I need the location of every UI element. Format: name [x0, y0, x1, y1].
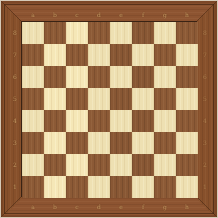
square-f1[interactable] [132, 176, 154, 198]
square-c5[interactable] [66, 88, 88, 110]
square-d8[interactable] [88, 22, 110, 44]
square-b7[interactable] [44, 44, 66, 66]
square-f4[interactable] [132, 110, 154, 132]
square-a8[interactable] [22, 22, 44, 44]
square-f3[interactable] [132, 132, 154, 154]
square-c8[interactable] [66, 22, 88, 44]
square-h1[interactable] [176, 176, 198, 198]
square-d5[interactable] [88, 88, 110, 110]
frame-rail-bottom [1, 196, 218, 217]
square-e4[interactable] [110, 110, 132, 132]
square-f6[interactable] [132, 66, 154, 88]
square-f5[interactable] [132, 88, 154, 110]
square-d1[interactable] [88, 176, 110, 198]
square-h5[interactable] [176, 88, 198, 110]
square-a2[interactable] [22, 154, 44, 176]
square-g1[interactable] [154, 176, 176, 198]
square-d2[interactable] [88, 154, 110, 176]
square-h6[interactable] [176, 66, 198, 88]
frame-rail-right [196, 1, 217, 218]
square-c2[interactable] [66, 154, 88, 176]
square-h7[interactable] [176, 44, 198, 66]
frame-rail-top [1, 1, 218, 22]
square-a5[interactable] [22, 88, 44, 110]
square-d6[interactable] [88, 66, 110, 88]
square-g8[interactable] [154, 22, 176, 44]
square-b1[interactable] [44, 176, 66, 198]
square-e1[interactable] [110, 176, 132, 198]
frame-rail-left [1, 1, 22, 218]
square-a6[interactable] [22, 66, 44, 88]
square-a1[interactable] [22, 176, 44, 198]
square-h4[interactable] [176, 110, 198, 132]
square-e2[interactable] [110, 154, 132, 176]
square-d3[interactable] [88, 132, 110, 154]
square-e5[interactable] [110, 88, 132, 110]
square-c4[interactable] [66, 110, 88, 132]
square-f7[interactable] [132, 44, 154, 66]
playfield [21, 21, 197, 197]
square-b2[interactable] [44, 154, 66, 176]
square-b5[interactable] [44, 88, 66, 110]
square-c6[interactable] [66, 66, 88, 88]
square-b3[interactable] [44, 132, 66, 154]
square-h2[interactable] [176, 154, 198, 176]
square-b4[interactable] [44, 110, 66, 132]
square-b8[interactable] [44, 22, 66, 44]
square-f8[interactable] [132, 22, 154, 44]
square-c3[interactable] [66, 132, 88, 154]
square-e8[interactable] [110, 22, 132, 44]
square-d4[interactable] [88, 110, 110, 132]
square-e6[interactable] [110, 66, 132, 88]
square-g7[interactable] [154, 44, 176, 66]
chess-board: aabbccddeeffgghh8877665544332211 [0, 0, 218, 218]
square-g5[interactable] [154, 88, 176, 110]
square-a7[interactable] [22, 44, 44, 66]
square-a3[interactable] [22, 132, 44, 154]
square-g2[interactable] [154, 154, 176, 176]
square-g3[interactable] [154, 132, 176, 154]
square-b6[interactable] [44, 66, 66, 88]
square-e7[interactable] [110, 44, 132, 66]
square-f2[interactable] [132, 154, 154, 176]
square-c1[interactable] [66, 176, 88, 198]
square-g4[interactable] [154, 110, 176, 132]
square-g6[interactable] [154, 66, 176, 88]
square-h8[interactable] [176, 22, 198, 44]
square-d7[interactable] [88, 44, 110, 66]
square-c7[interactable] [66, 44, 88, 66]
square-e3[interactable] [110, 132, 132, 154]
square-h3[interactable] [176, 132, 198, 154]
square-a4[interactable] [22, 110, 44, 132]
squares-grid [22, 22, 198, 198]
